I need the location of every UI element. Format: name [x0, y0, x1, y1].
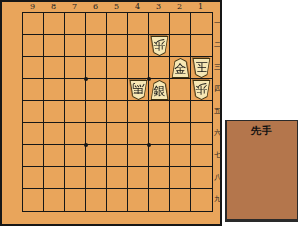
- file-label: 8: [51, 2, 56, 12]
- rank-label: 二: [214, 40, 221, 50]
- rank-label: 四: [214, 84, 221, 94]
- file-label: 4: [135, 2, 140, 12]
- piece-kanji: 銀: [150, 80, 169, 100]
- rank-label: 一: [214, 18, 221, 28]
- pieces-layer: 歩金玉馬銀歩: [23, 13, 212, 211]
- rank-label: 七: [214, 150, 221, 160]
- file-label: 6: [93, 2, 98, 12]
- file-label: 7: [72, 2, 77, 12]
- shogi-board-block: 987654321 一二三四五六七八九 歩金玉馬銀歩: [0, 0, 222, 226]
- piece-gote-king[interactable]: 玉: [192, 58, 211, 78]
- rank-label: 六: [214, 128, 221, 138]
- rank-labels: 一二三四五六七八九: [212, 12, 223, 210]
- rank-label: 三: [214, 62, 221, 72]
- rank-label: 八: [214, 172, 221, 182]
- piece-gote-pawn[interactable]: 歩: [150, 36, 169, 56]
- komadai-label: 先手: [227, 124, 297, 138]
- rank-label: 五: [214, 106, 221, 116]
- piece-gote-horse[interactable]: 馬: [129, 80, 148, 100]
- piece-kanji: 馬: [129, 80, 148, 100]
- file-labels: 987654321: [22, 2, 211, 12]
- piece-kanji: 歩: [150, 36, 169, 56]
- piece-sente-silver[interactable]: 銀: [150, 80, 169, 100]
- piece-kanji: 金: [171, 58, 190, 78]
- piece-gote-pawn[interactable]: 歩: [192, 80, 211, 100]
- piece-sente-gold[interactable]: 金: [171, 58, 190, 78]
- shogi-diagram: 987654321 一二三四五六七八九 歩金玉馬銀歩 先手: [0, 0, 300, 226]
- rank-label: 九: [214, 194, 221, 204]
- piece-kanji: 玉: [192, 58, 211, 78]
- file-label: 1: [198, 2, 203, 12]
- file-label: 3: [156, 2, 161, 12]
- file-label: 9: [30, 2, 35, 12]
- sente-komadai: 先手: [225, 120, 298, 222]
- file-label: 5: [114, 2, 119, 12]
- file-label: 2: [177, 2, 182, 12]
- piece-kanji: 歩: [192, 80, 211, 100]
